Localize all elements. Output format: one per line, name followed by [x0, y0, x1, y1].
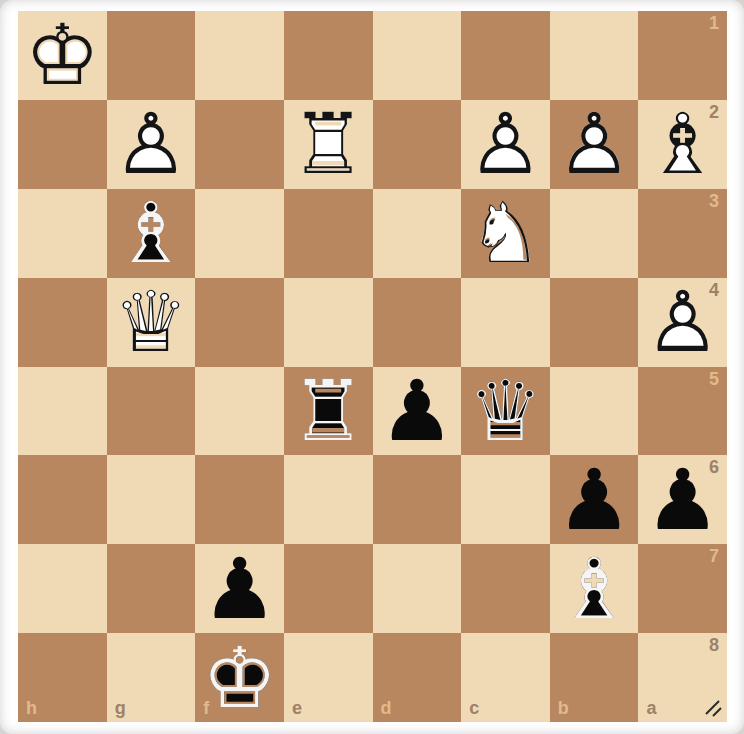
square-g7[interactable] — [107, 544, 196, 633]
rank-label-3: 3 — [709, 192, 719, 210]
square-h7[interactable] — [18, 544, 107, 633]
square-g1[interactable] — [107, 11, 196, 100]
piece-white-P-g2[interactable]: ♟♙ — [107, 100, 196, 189]
square-h2[interactable] — [18, 100, 107, 189]
square-d4[interactable] — [373, 278, 462, 367]
square-e4[interactable] — [284, 278, 373, 367]
black-P-glyph: ♟ — [195, 544, 284, 633]
square-d5[interactable]: ♟ — [373, 367, 462, 456]
square-f7[interactable]: ♟ — [195, 544, 284, 633]
file-label-c: c — [469, 699, 479, 717]
square-d1[interactable] — [373, 11, 462, 100]
square-a7[interactable]: 7 — [638, 544, 727, 633]
black-P-glyph: ♟ — [550, 455, 639, 544]
square-c1[interactable] — [461, 11, 550, 100]
piece-white-Q-g4[interactable]: ♛♕ — [107, 278, 196, 367]
piece-white-N-c3[interactable]: ♞♘ — [461, 189, 550, 278]
piece-black-B-g3[interactable]: ♝♗ — [107, 189, 196, 278]
square-a3[interactable]: 3 — [638, 189, 727, 278]
piece-black-P-b6[interactable]: ♟ — [550, 455, 639, 544]
white-R-glyph: ♜ — [284, 100, 373, 189]
black-R-glyph: ♜ — [284, 367, 373, 456]
square-f6[interactable] — [195, 455, 284, 544]
white-P-outline: ♙ — [638, 278, 727, 367]
square-e7[interactable] — [284, 544, 373, 633]
black-B-outline: ♗ — [107, 189, 196, 278]
square-c5[interactable]: ♛♕ — [461, 367, 550, 456]
square-d3[interactable] — [373, 189, 462, 278]
square-b3[interactable] — [550, 189, 639, 278]
white-P-glyph: ♟ — [638, 278, 727, 367]
white-R-outline: ♖ — [284, 100, 373, 189]
white-P-glyph: ♟ — [461, 100, 550, 189]
square-a5[interactable]: 5 — [638, 367, 727, 456]
square-d7[interactable] — [373, 544, 462, 633]
black-Q-glyph: ♛ — [461, 367, 550, 456]
white-P-outline: ♙ — [550, 100, 639, 189]
black-R-outline: ♖ — [284, 367, 373, 456]
white-P-glyph: ♟ — [107, 100, 196, 189]
board-card: ♚♔1♟♙♜♖♟♙♟♙2♝♗♝♗♞♘3♛♕4♟♙♜♖♟♛♕5♟6♟♟♝♗7hgf… — [0, 0, 744, 734]
white-Q-glyph: ♛ — [107, 278, 196, 367]
square-f1[interactable] — [195, 11, 284, 100]
square-e3[interactable] — [284, 189, 373, 278]
square-d2[interactable] — [373, 100, 462, 189]
black-Q-outline: ♕ — [461, 367, 550, 456]
piece-white-P-c2[interactable]: ♟♙ — [461, 100, 550, 189]
black-P-glyph: ♟ — [373, 367, 462, 456]
white-P-outline: ♙ — [107, 100, 196, 189]
white-K-outline: ♔ — [18, 11, 107, 100]
square-f4[interactable] — [195, 278, 284, 367]
white-P-outline: ♙ — [461, 100, 550, 189]
square-a2[interactable]: 2♝♗ — [638, 100, 727, 189]
square-g5[interactable] — [107, 367, 196, 456]
rank-label-1: 1 — [709, 14, 719, 32]
square-f3[interactable] — [195, 189, 284, 278]
piece-white-R-e2[interactable]: ♜♖ — [284, 100, 373, 189]
rank-label-8: 8 — [709, 636, 719, 654]
square-b5[interactable] — [550, 367, 639, 456]
square-c8[interactable]: c — [461, 633, 550, 722]
piece-black-B-b7[interactable]: ♝♗ — [550, 544, 639, 633]
square-f2[interactable] — [195, 100, 284, 189]
square-b7[interactable]: ♝♗ — [550, 544, 639, 633]
white-Q-outline: ♕ — [107, 278, 196, 367]
square-a1[interactable]: 1 — [638, 11, 727, 100]
black-B-glyph: ♝ — [550, 544, 639, 633]
piece-black-K-f8[interactable]: ♚♔ — [195, 633, 284, 722]
piece-white-P-b2[interactable]: ♟♙ — [550, 100, 639, 189]
square-h5[interactable] — [18, 367, 107, 456]
square-f8[interactable]: f♚♔ — [195, 633, 284, 722]
piece-white-B-a2[interactable]: ♝♗ — [638, 100, 727, 189]
square-h4[interactable] — [18, 278, 107, 367]
square-g4[interactable]: ♛♕ — [107, 278, 196, 367]
resize-handle-icon[interactable] — [704, 699, 724, 719]
black-K-glyph: ♚ — [195, 633, 284, 722]
square-b8[interactable]: b — [550, 633, 639, 722]
square-g6[interactable] — [107, 455, 196, 544]
piece-white-K-h1[interactable]: ♚♔ — [18, 11, 107, 100]
chess-board: ♚♔1♟♙♜♖♟♙♟♙2♝♗♝♗♞♘3♛♕4♟♙♜♖♟♛♕5♟6♟♟♝♗7hgf… — [18, 11, 727, 722]
file-label-h: h — [26, 699, 37, 717]
file-label-g: g — [115, 699, 126, 717]
piece-white-P-a4[interactable]: ♟♙ — [638, 278, 727, 367]
white-B-glyph: ♝ — [638, 100, 727, 189]
square-h3[interactable] — [18, 189, 107, 278]
square-e5[interactable]: ♜♖ — [284, 367, 373, 456]
piece-black-P-f7[interactable]: ♟ — [195, 544, 284, 633]
square-g8[interactable]: g — [107, 633, 196, 722]
file-label-e: e — [292, 699, 302, 717]
square-e2[interactable]: ♜♖ — [284, 100, 373, 189]
square-f5[interactable] — [195, 367, 284, 456]
square-c7[interactable] — [461, 544, 550, 633]
white-N-glyph: ♞ — [461, 189, 550, 278]
file-label-b: b — [558, 699, 569, 717]
square-b6[interactable]: ♟ — [550, 455, 639, 544]
square-c4[interactable] — [461, 278, 550, 367]
square-h6[interactable] — [18, 455, 107, 544]
square-g2[interactable]: ♟♙ — [107, 100, 196, 189]
square-d6[interactable] — [373, 455, 462, 544]
square-b2[interactable]: ♟♙ — [550, 100, 639, 189]
square-d8[interactable]: d — [373, 633, 462, 722]
black-K-outline: ♔ — [195, 633, 284, 722]
white-P-glyph: ♟ — [550, 100, 639, 189]
square-b1[interactable] — [550, 11, 639, 100]
square-e1[interactable] — [284, 11, 373, 100]
white-K-glyph: ♚ — [18, 11, 107, 100]
square-b4[interactable] — [550, 278, 639, 367]
square-g3[interactable]: ♝♗ — [107, 189, 196, 278]
square-e8[interactable]: e — [284, 633, 373, 722]
square-c6[interactable] — [461, 455, 550, 544]
black-P-glyph: ♟ — [638, 455, 727, 544]
square-c3[interactable]: ♞♘ — [461, 189, 550, 278]
square-a6[interactable]: 6♟ — [638, 455, 727, 544]
piece-black-P-d5[interactable]: ♟ — [373, 367, 462, 456]
square-a8[interactable]: 8a — [638, 633, 727, 722]
black-B-outline: ♗ — [550, 544, 639, 633]
square-h1[interactable]: ♚♔ — [18, 11, 107, 100]
file-label-d: d — [381, 699, 392, 717]
file-label-a: a — [646, 699, 656, 717]
square-a4[interactable]: 4♟♙ — [638, 278, 727, 367]
rank-label-7: 7 — [709, 547, 719, 565]
piece-black-R-e5[interactable]: ♜♖ — [284, 367, 373, 456]
black-B-glyph: ♝ — [107, 189, 196, 278]
piece-black-P-a6[interactable]: ♟ — [638, 455, 727, 544]
rank-label-5: 5 — [709, 370, 719, 388]
white-B-outline: ♗ — [638, 100, 727, 189]
piece-black-Q-c5[interactable]: ♛♕ — [461, 367, 550, 456]
square-c2[interactable]: ♟♙ — [461, 100, 550, 189]
white-N-outline: ♘ — [461, 189, 550, 278]
square-e6[interactable] — [284, 455, 373, 544]
square-h8[interactable]: h — [18, 633, 107, 722]
